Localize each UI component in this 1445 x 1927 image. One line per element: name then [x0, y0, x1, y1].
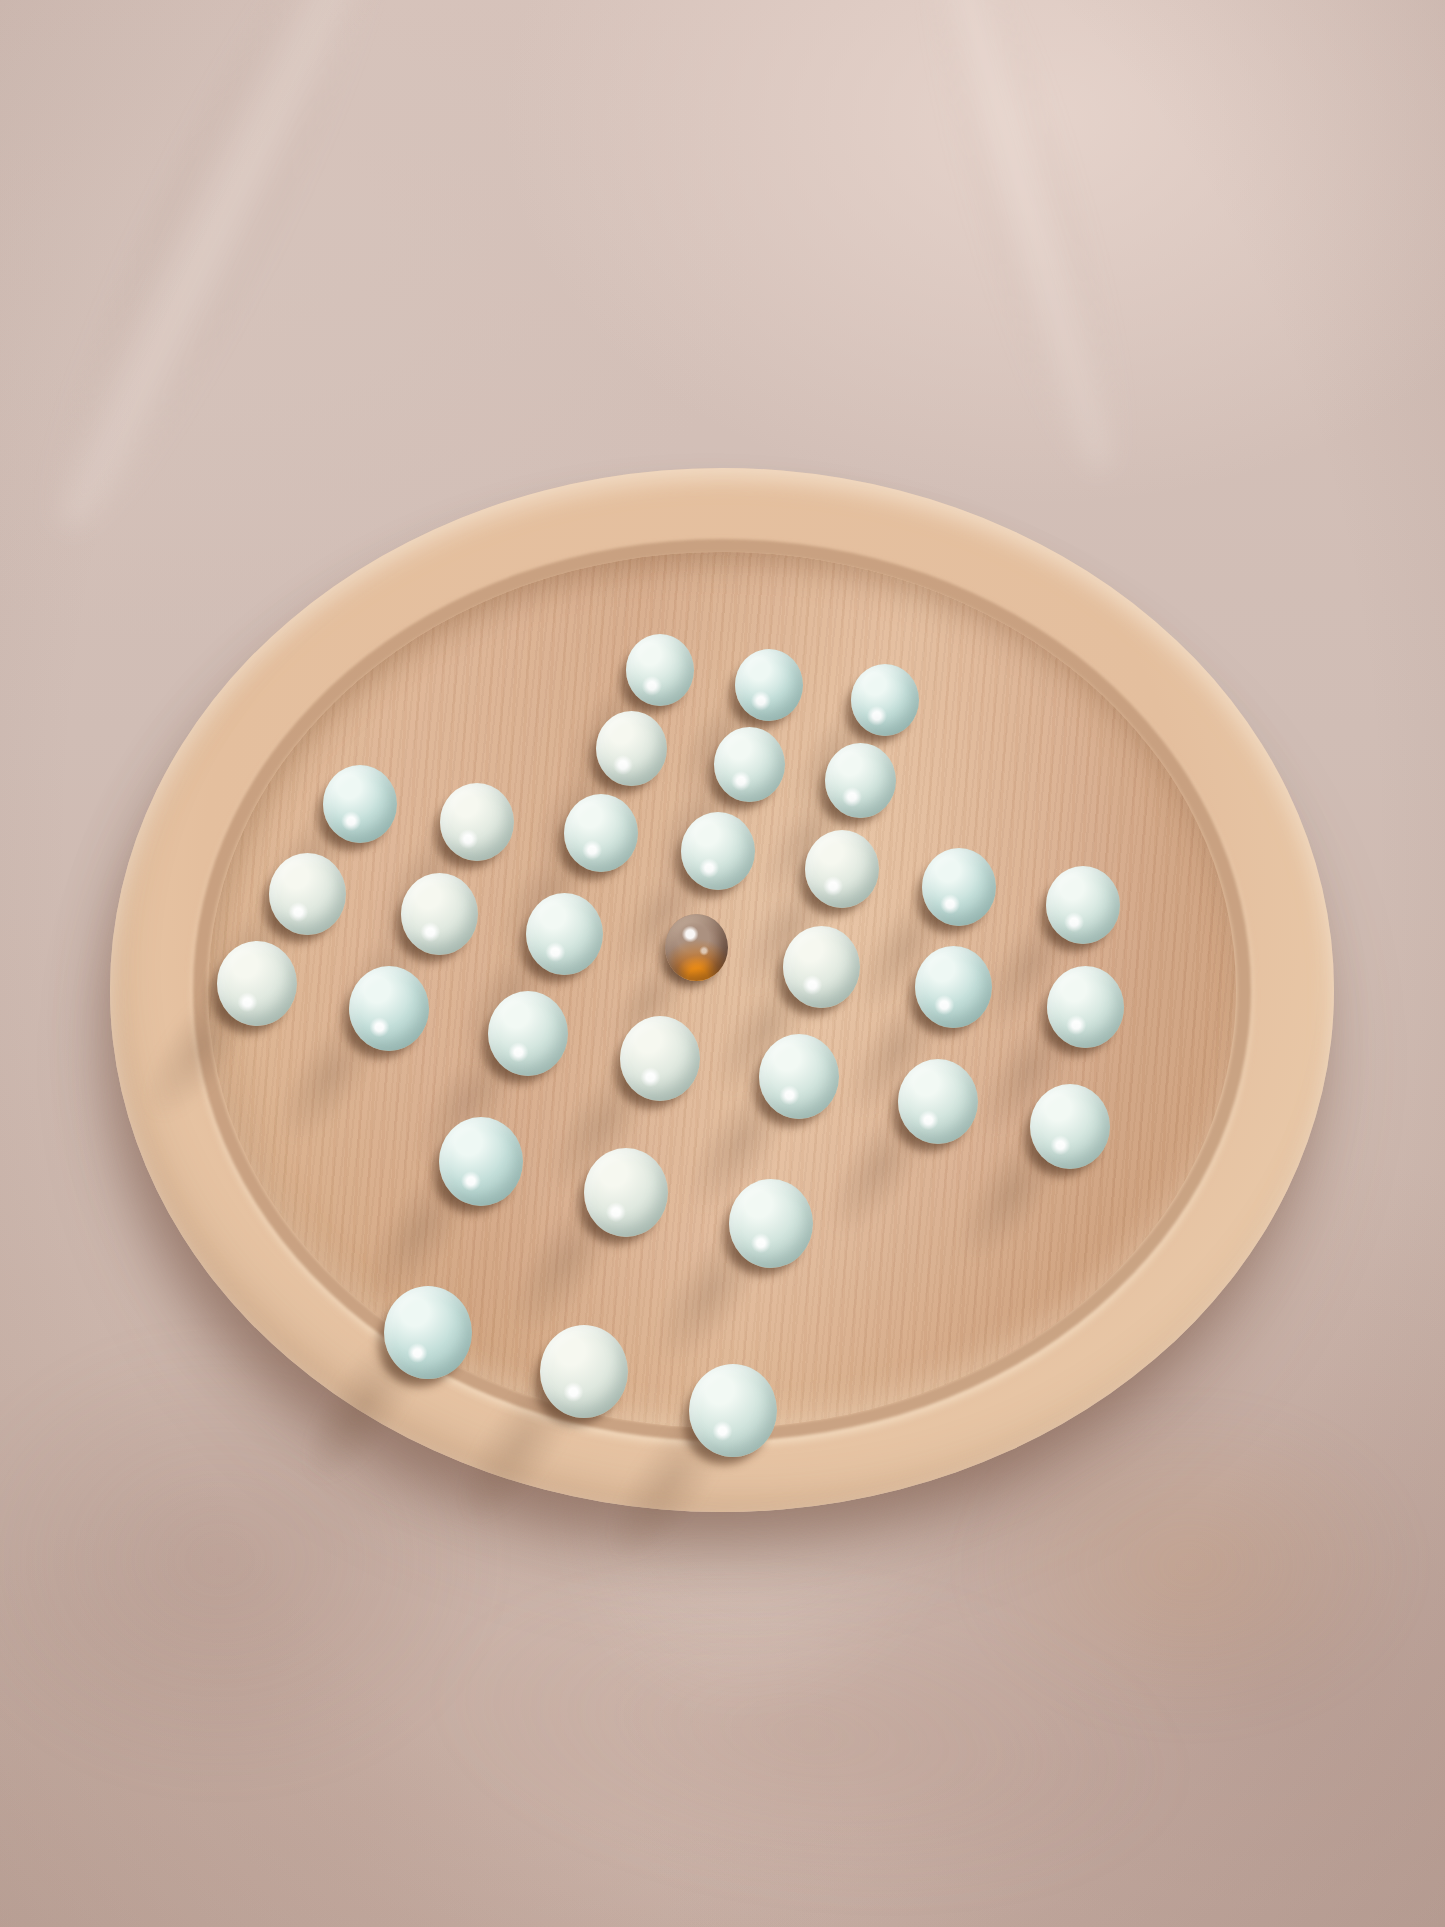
photo-vignette [0, 0, 1445, 1927]
photo-scene: { "game": "peg-solitaire", "variant": "E… [0, 0, 1445, 1927]
